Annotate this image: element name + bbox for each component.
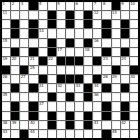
- white-cell[interactable]: [102, 121, 110, 129]
- clue-number: 5: [57, 2, 59, 6]
- clue-number: 14: [39, 29, 44, 33]
- black-cell: [11, 102, 19, 110]
- white-cell[interactable]: [39, 20, 47, 28]
- white-cell[interactable]: [93, 130, 101, 138]
- white-cell[interactable]: 11: [2, 11, 10, 19]
- black-cell: [29, 29, 37, 37]
- black-cell: [29, 2, 37, 10]
- white-cell[interactable]: [75, 66, 83, 74]
- black-cell: [2, 66, 10, 74]
- white-cell[interactable]: 5: [57, 2, 65, 10]
- clue-number: 31: [39, 84, 44, 88]
- white-cell[interactable]: [2, 29, 10, 37]
- clue-number: 33: [76, 84, 81, 88]
- black-cell: [20, 66, 28, 74]
- black-cell: [102, 102, 110, 110]
- clue-number: 1: [3, 2, 5, 6]
- crossword-grid: 1234567891011121314151617181920212223242…: [0, 0, 140, 140]
- white-cell[interactable]: [20, 39, 28, 47]
- white-cell[interactable]: 17: [57, 48, 65, 56]
- clue-number: 24: [121, 57, 126, 61]
- black-cell: [121, 48, 129, 56]
- white-cell[interactable]: [93, 20, 101, 28]
- clue-number: 11: [3, 11, 8, 15]
- white-cell[interactable]: [112, 29, 120, 37]
- white-cell[interactable]: 45: [112, 130, 120, 138]
- white-cell[interactable]: [11, 11, 19, 19]
- black-cell: [39, 75, 47, 83]
- white-cell[interactable]: [66, 48, 74, 56]
- clue-number: 7: [94, 2, 96, 6]
- white-cell[interactable]: [93, 102, 101, 110]
- clue-number: 32: [57, 84, 62, 88]
- white-cell[interactable]: [66, 2, 74, 10]
- white-cell[interactable]: 12: [93, 11, 101, 19]
- white-cell[interactable]: [57, 29, 65, 37]
- white-cell[interactable]: 10: [130, 2, 138, 10]
- white-cell[interactable]: [39, 48, 47, 56]
- black-cell: [102, 48, 110, 56]
- black-cell: [84, 20, 92, 28]
- black-cell: [84, 84, 92, 92]
- clue-number: 29: [112, 75, 117, 79]
- white-cell[interactable]: [84, 57, 92, 65]
- black-cell: [11, 48, 19, 56]
- white-cell[interactable]: [75, 102, 83, 110]
- clue-number: 15: [3, 39, 8, 43]
- black-cell: [39, 57, 47, 65]
- clue-number: 10: [130, 2, 135, 6]
- white-cell[interactable]: [112, 112, 120, 120]
- white-cell[interactable]: [75, 20, 83, 28]
- black-cell: [11, 29, 19, 37]
- clue-number: 44: [30, 130, 35, 134]
- white-cell[interactable]: [48, 66, 56, 74]
- white-cell[interactable]: [57, 102, 65, 110]
- black-cell: [84, 112, 92, 120]
- clue-number: 17: [57, 48, 62, 52]
- white-cell[interactable]: [66, 29, 74, 37]
- black-cell: [66, 75, 74, 83]
- black-cell: [11, 112, 19, 120]
- white-cell[interactable]: [102, 11, 110, 19]
- black-cell: [20, 130, 28, 138]
- clue-number: 39: [12, 121, 17, 125]
- white-cell[interactable]: 18: [84, 48, 92, 56]
- black-cell: [57, 57, 65, 65]
- white-cell[interactable]: 19: [2, 57, 10, 65]
- white-cell[interactable]: [20, 112, 28, 120]
- white-cell[interactable]: 43: [2, 130, 10, 138]
- clue-number: 42: [121, 121, 126, 125]
- black-cell: [121, 20, 129, 28]
- white-cell[interactable]: [130, 39, 138, 47]
- white-cell[interactable]: 32: [57, 84, 65, 92]
- white-cell[interactable]: 1: [2, 2, 10, 10]
- white-cell[interactable]: [112, 20, 120, 28]
- white-cell[interactable]: [66, 102, 74, 110]
- black-cell: [102, 29, 110, 37]
- clue-number: 2: [12, 2, 14, 6]
- clue-number: 13: [112, 11, 117, 15]
- white-cell[interactable]: [11, 39, 19, 47]
- white-cell[interactable]: [20, 11, 28, 19]
- white-cell[interactable]: 2: [11, 2, 19, 10]
- white-cell[interactable]: [57, 11, 65, 19]
- white-cell[interactable]: [130, 48, 138, 56]
- white-cell[interactable]: [29, 93, 37, 101]
- white-cell[interactable]: 31: [39, 84, 47, 92]
- white-cell[interactable]: [112, 39, 120, 47]
- white-cell[interactable]: 33: [75, 84, 83, 92]
- clue-number: 8: [103, 2, 105, 6]
- black-cell: [84, 93, 92, 101]
- white-cell[interactable]: [93, 48, 101, 56]
- black-cell: [102, 20, 110, 28]
- clue-number: 27: [21, 75, 26, 79]
- white-cell[interactable]: [121, 39, 129, 47]
- white-cell[interactable]: [130, 112, 138, 120]
- white-cell[interactable]: [130, 20, 138, 28]
- white-cell[interactable]: [84, 130, 92, 138]
- black-cell: [112, 2, 120, 10]
- black-cell: [66, 112, 74, 120]
- white-cell[interactable]: [57, 130, 65, 138]
- white-cell[interactable]: [20, 84, 28, 92]
- clue-number: 6: [76, 2, 78, 6]
- white-cell[interactable]: 23: [102, 57, 110, 65]
- white-cell[interactable]: [20, 93, 28, 101]
- black-cell: [66, 20, 74, 28]
- white-cell[interactable]: [48, 75, 56, 83]
- white-cell[interactable]: [112, 84, 120, 92]
- black-cell: [66, 57, 74, 65]
- white-cell[interactable]: [75, 130, 83, 138]
- black-cell: [121, 29, 129, 37]
- white-cell[interactable]: [130, 57, 138, 65]
- clue-number: 3: [21, 2, 23, 6]
- white-cell[interactable]: [57, 93, 65, 101]
- white-cell[interactable]: [2, 102, 10, 110]
- clue-number: 36: [94, 93, 99, 97]
- white-cell[interactable]: [39, 121, 47, 129]
- black-cell: [121, 102, 129, 110]
- white-cell[interactable]: [130, 11, 138, 19]
- white-cell[interactable]: [112, 48, 120, 56]
- white-cell[interactable]: 8: [102, 2, 110, 10]
- white-cell[interactable]: [93, 112, 101, 120]
- white-cell[interactable]: [39, 112, 47, 120]
- clue-number: 45: [112, 130, 117, 134]
- white-cell[interactable]: [11, 130, 19, 138]
- white-cell[interactable]: [48, 2, 56, 10]
- black-cell: [112, 66, 120, 74]
- white-cell[interactable]: [20, 48, 28, 56]
- white-cell[interactable]: [102, 93, 110, 101]
- white-cell[interactable]: 3: [20, 2, 28, 10]
- white-cell[interactable]: [84, 102, 92, 110]
- white-cell[interactable]: [20, 121, 28, 129]
- white-cell[interactable]: [75, 93, 83, 101]
- clue-number: 4: [39, 2, 41, 6]
- black-cell: [84, 39, 92, 47]
- white-cell[interactable]: 6: [75, 2, 83, 10]
- clue-number: 20: [12, 57, 17, 61]
- black-cell: [48, 121, 56, 129]
- white-cell[interactable]: [66, 130, 74, 138]
- clue-number: 26: [3, 75, 8, 79]
- white-cell[interactable]: [84, 66, 92, 74]
- white-cell[interactable]: [130, 93, 138, 101]
- clue-number: 9: [121, 2, 123, 6]
- black-cell: [84, 11, 92, 19]
- black-cell: [48, 93, 56, 101]
- white-cell[interactable]: 34: [93, 84, 101, 92]
- white-cell[interactable]: 28: [102, 75, 110, 83]
- white-cell[interactable]: [2, 48, 10, 56]
- white-cell[interactable]: [48, 102, 56, 110]
- clue-number: 12: [94, 11, 99, 15]
- white-cell[interactable]: [93, 66, 101, 74]
- white-cell[interactable]: [66, 84, 74, 92]
- white-cell[interactable]: [57, 20, 65, 28]
- black-cell: [75, 75, 83, 83]
- black-cell: [84, 121, 92, 129]
- white-cell[interactable]: [20, 29, 28, 37]
- white-cell[interactable]: [121, 11, 129, 19]
- white-cell[interactable]: [29, 11, 37, 19]
- white-cell[interactable]: [11, 75, 19, 83]
- white-cell[interactable]: [75, 121, 83, 129]
- white-cell[interactable]: 35: [2, 93, 10, 101]
- white-cell[interactable]: 44: [29, 130, 37, 138]
- black-cell: [66, 11, 74, 19]
- white-cell[interactable]: [130, 130, 138, 138]
- black-cell: [48, 39, 56, 47]
- white-cell[interactable]: 16: [93, 39, 101, 47]
- white-cell[interactable]: [121, 130, 129, 138]
- white-cell[interactable]: [66, 66, 74, 74]
- white-cell[interactable]: [112, 121, 120, 129]
- white-cell[interactable]: 22: [48, 57, 56, 65]
- clue-number: 41: [94, 121, 99, 125]
- white-cell[interactable]: [48, 130, 56, 138]
- white-cell[interactable]: [121, 93, 129, 101]
- clue-number: 30: [130, 75, 135, 79]
- white-cell[interactable]: [75, 112, 83, 120]
- white-cell[interactable]: [20, 57, 28, 65]
- white-cell[interactable]: [2, 84, 10, 92]
- white-cell[interactable]: [75, 39, 83, 47]
- clue-number: 18: [85, 48, 90, 52]
- white-cell[interactable]: 7: [93, 2, 101, 10]
- white-cell[interactable]: [57, 121, 65, 129]
- white-cell[interactable]: 36: [93, 93, 101, 101]
- white-cell[interactable]: [84, 2, 92, 10]
- white-cell[interactable]: [57, 112, 65, 120]
- white-cell[interactable]: [39, 130, 47, 138]
- black-cell: [48, 112, 56, 120]
- black-cell: [48, 11, 56, 19]
- white-cell[interactable]: [84, 75, 92, 83]
- clue-number: 38: [3, 121, 8, 125]
- clue-number: 16: [94, 39, 99, 43]
- white-cell[interactable]: [112, 93, 120, 101]
- white-cell[interactable]: 38: [2, 121, 10, 129]
- white-cell[interactable]: [2, 20, 10, 28]
- white-cell[interactable]: [11, 93, 19, 101]
- white-cell[interactable]: 21: [29, 57, 37, 65]
- black-cell: [130, 66, 138, 74]
- white-cell[interactable]: [39, 93, 47, 101]
- white-cell[interactable]: [75, 48, 83, 56]
- white-cell[interactable]: [39, 39, 47, 47]
- white-cell[interactable]: [57, 66, 65, 74]
- white-cell[interactable]: [84, 29, 92, 37]
- black-cell: [102, 130, 110, 138]
- white-cell[interactable]: [112, 57, 120, 65]
- clue-number: 37: [39, 102, 44, 106]
- black-cell: [102, 112, 110, 120]
- white-cell[interactable]: [130, 102, 138, 110]
- white-cell[interactable]: 30: [130, 75, 138, 83]
- white-cell[interactable]: [112, 102, 120, 110]
- white-cell[interactable]: 39: [11, 121, 19, 129]
- white-cell[interactable]: 27: [20, 75, 28, 83]
- black-cell: [29, 48, 37, 56]
- white-cell[interactable]: [121, 66, 129, 74]
- black-cell: [29, 112, 37, 120]
- white-cell[interactable]: 40: [29, 121, 37, 129]
- white-cell[interactable]: [20, 102, 28, 110]
- white-cell[interactable]: [48, 29, 56, 37]
- black-cell: [29, 20, 37, 28]
- black-cell: [75, 57, 83, 65]
- white-cell[interactable]: [75, 29, 83, 37]
- white-cell[interactable]: [130, 29, 138, 37]
- black-cell: [121, 84, 129, 92]
- white-cell[interactable]: [48, 84, 56, 92]
- clue-number: 25: [30, 66, 35, 70]
- white-cell[interactable]: 42: [121, 121, 129, 129]
- black-cell: [11, 84, 19, 92]
- white-cell[interactable]: 9: [121, 2, 129, 10]
- white-cell[interactable]: 29: [112, 75, 120, 83]
- black-cell: [48, 48, 56, 56]
- white-cell[interactable]: 13: [112, 11, 120, 19]
- white-cell[interactable]: [39, 66, 47, 74]
- white-cell[interactable]: [102, 39, 110, 47]
- white-cell[interactable]: 37: [39, 102, 47, 110]
- white-cell[interactable]: 15: [2, 39, 10, 47]
- white-cell[interactable]: 4: [39, 2, 47, 10]
- black-cell: [48, 20, 56, 28]
- white-cell[interactable]: [11, 66, 19, 74]
- clue-number: 21: [30, 57, 35, 61]
- white-cell[interactable]: 14: [39, 29, 47, 37]
- white-cell[interactable]: 20: [11, 57, 19, 65]
- black-cell: [29, 102, 37, 110]
- clue-number: 35: [3, 93, 8, 97]
- white-cell[interactable]: [93, 29, 101, 37]
- clue-number: 40: [30, 121, 35, 125]
- white-cell[interactable]: [39, 11, 47, 19]
- clue-number: 34: [94, 84, 99, 88]
- black-cell: [93, 57, 101, 65]
- white-cell[interactable]: [29, 39, 37, 47]
- black-cell: [66, 39, 74, 47]
- white-cell[interactable]: 41: [93, 121, 101, 129]
- white-cell[interactable]: [130, 84, 138, 92]
- clue-number: 28: [103, 75, 108, 79]
- clue-number: 22: [48, 57, 53, 61]
- white-cell[interactable]: 25: [29, 66, 37, 74]
- white-cell[interactable]: [20, 20, 28, 28]
- white-cell[interactable]: [2, 112, 10, 120]
- white-cell[interactable]: [102, 66, 110, 74]
- black-cell: [102, 84, 110, 92]
- white-cell[interactable]: [121, 75, 129, 83]
- black-cell: [29, 84, 37, 92]
- white-cell[interactable]: [75, 11, 83, 19]
- black-cell: [121, 112, 129, 120]
- black-cell: [93, 75, 101, 83]
- black-cell: [11, 20, 19, 28]
- clue-number: 19: [3, 57, 8, 61]
- white-cell[interactable]: 24: [121, 57, 129, 65]
- white-cell[interactable]: [29, 75, 37, 83]
- black-cell: [66, 121, 74, 129]
- clue-number: 23: [103, 57, 108, 61]
- clue-number: 43: [3, 130, 8, 134]
- white-cell[interactable]: 26: [2, 75, 10, 83]
- white-cell[interactable]: [57, 39, 65, 47]
- black-cell: [57, 75, 65, 83]
- white-cell[interactable]: [130, 121, 138, 129]
- black-cell: [66, 93, 74, 101]
